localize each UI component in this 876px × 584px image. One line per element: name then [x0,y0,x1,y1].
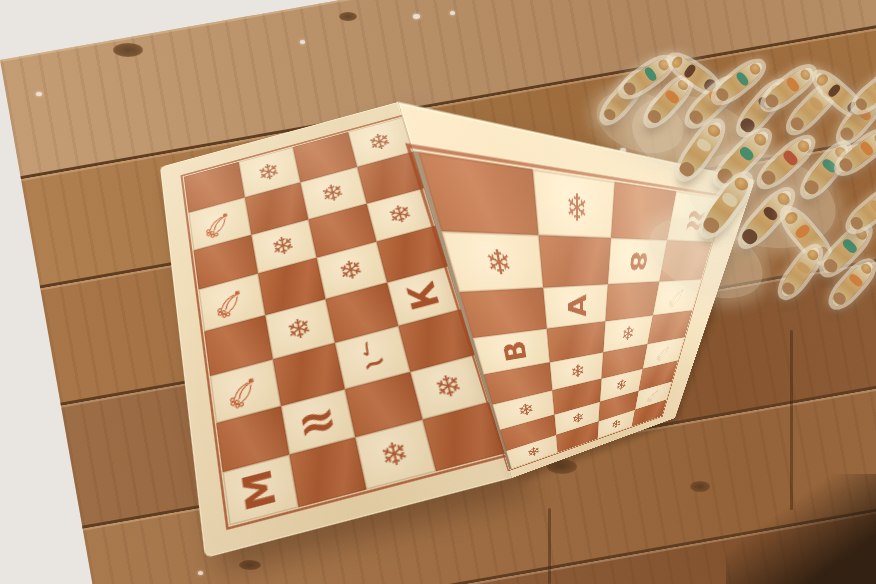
wood-knot [339,12,357,21]
snowflake-cross-engraving: ❄ [517,400,536,419]
moscow-1980-olympic-logo-icon [654,341,674,365]
piece-head [872,131,876,146]
piece-color-band [858,140,874,157]
snowflake-cross-engraving: ❄ [483,245,514,280]
snowflake-cross-engraving: ❄ [319,179,347,207]
snowflake-cross-engraving: ❄ [611,417,622,431]
piece-head [858,262,873,277]
piece-color-band [868,199,876,216]
piece-color-band [781,149,798,167]
bird-over-wave-engraving: ✓∼ [352,335,391,380]
piece-head [782,209,799,226]
snowflake-cross-engraving: ❄ [366,129,394,156]
square-f7 [539,235,611,287]
piece-head [805,248,820,262]
piece-color-band [694,137,713,154]
square-f8: ❄ [533,169,615,238]
numeral-8-engraving: 8 [626,251,649,273]
snowflake-cross-engraving: ❄ [336,255,366,286]
moscow-1980-olympic-logo-icon [209,283,253,323]
photo-scene: ❄❄ ❄❄❄ ❄❄К ✓∼≈❄М❄ ❄≈❄8А В❄❄ [0,0,876,584]
snowflake-cross-engraving: ❄ [269,231,297,261]
piece-color-band [872,81,876,96]
snowflake-cross-engraving: ❄ [572,410,585,426]
cyrillic-letter-engraving: А [564,293,590,318]
piece-color-band [720,191,740,210]
paint-speck [198,571,203,575]
piece-color-band [663,89,680,105]
piece-color-band [827,83,842,99]
piece-color-band [737,144,756,163]
snowflake-cross-engraving: ❄ [615,377,628,394]
piece-color-band [734,71,750,88]
cyrillic-letter-engraving: В [498,339,530,364]
snowflake-cross-engraving: ❄ [570,361,585,381]
wood-knot [239,560,261,570]
piece-color-band [761,204,780,222]
piece-head [671,55,685,69]
snowflake-cross-engraving: ❄ [526,444,541,460]
wood-knot [113,43,143,57]
snowflake-cross-engraving: ❄ [385,200,415,229]
piece-color-band [821,157,839,174]
cyrillic-letter-engraving: К [401,278,445,313]
piece-head [815,73,829,88]
paint-speck [413,14,420,19]
square-e7: ❄ [442,232,543,292]
piece-color-band [841,238,858,255]
snowflake-cross-engraving: ❄ [256,159,282,186]
piece-color-band [683,63,698,79]
table-edge-shadow [726,474,876,584]
snowflake-cross-engraving: ❄ [621,323,636,343]
moscow-1980-olympic-logo-icon [198,206,239,242]
snowflake-cross-engraving: ❄ [284,313,314,346]
moscow-1980-olympic-logo-icon [221,369,267,414]
snowflake-cross-engraving: ❄ [566,187,588,227]
piece-color-band [795,260,812,275]
paint-speck [450,11,455,15]
paint-speck [300,40,305,44]
snowflake-cross-engraving: ❄ [432,369,466,405]
cyrillic-letter-engraving: М [237,466,282,515]
piece-color-band [807,96,824,113]
plank-joint [548,508,551,584]
piece-color-band [784,76,800,93]
square-e8 [418,152,538,236]
snowflake-cross-engraving: ❄ [378,436,412,474]
wood-knot [690,481,710,492]
piece-head [705,122,722,138]
piece-color-band [847,273,863,289]
piece-color-band [793,223,812,241]
piece-color-band [642,66,657,83]
